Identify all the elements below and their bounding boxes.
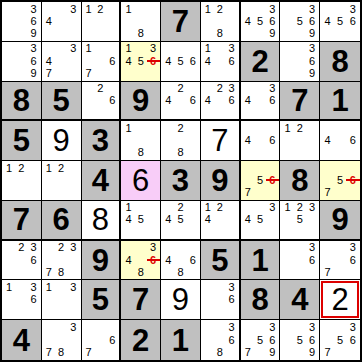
cell-r8c5[interactable]: 9 xyxy=(161,280,201,320)
empty-candidate-slot xyxy=(15,28,27,40)
cell-r8c9[interactable]: 2 xyxy=(320,280,360,320)
pencil-marks: 567 xyxy=(320,161,360,200)
cell-r6c4[interactable]: 145 xyxy=(121,201,161,241)
cell-r6c6[interactable]: 124 xyxy=(201,201,241,241)
cell-r5c3[interactable]: 4 xyxy=(82,161,122,201)
empty-candidate-slot xyxy=(214,334,226,347)
candidate-digit: 9 xyxy=(266,346,278,359)
empty-candidate-slot xyxy=(266,106,278,118)
solved-digit: 2 xyxy=(331,284,348,315)
candidate-digit: 6 xyxy=(346,15,359,27)
empty-candidate-slot xyxy=(187,43,199,55)
cell-r4c8[interactable]: 12 xyxy=(280,121,320,161)
candidate-digit: 3 xyxy=(346,321,359,334)
candidate-digit: 2 xyxy=(174,83,186,95)
candidate-digit: 3 xyxy=(67,3,79,15)
empty-candidate-slot xyxy=(294,147,306,159)
pencil-marks: 67 xyxy=(82,320,120,360)
empty-candidate-slot xyxy=(135,242,147,254)
empty-candidate-slot xyxy=(254,83,266,95)
candidate-digit: 6 xyxy=(346,254,359,266)
candidate-digit: 2 xyxy=(55,242,67,254)
cell-r1c1[interactable]: 369 xyxy=(2,2,42,42)
empty-candidate-slot xyxy=(135,43,147,55)
empty-candidate-slot xyxy=(266,147,278,159)
candidate-digit: 7 xyxy=(83,67,95,79)
empty-candidate-slot xyxy=(67,55,79,67)
empty-candidate-slot xyxy=(334,254,347,266)
cell-r2c5[interactable]: 456 xyxy=(161,42,201,82)
cell-r9c2[interactable]: 378 xyxy=(42,320,82,360)
empty-candidate-slot xyxy=(67,28,79,40)
candidate-digit: 8 xyxy=(135,147,147,159)
candidate-digit: 1 xyxy=(83,43,95,55)
cell-r9c8[interactable]: 3569 xyxy=(280,320,320,360)
empty-candidate-slot xyxy=(147,15,159,27)
pencil-marks: 468 xyxy=(161,241,200,280)
candidate-digit: 1 xyxy=(202,43,214,55)
empty-candidate-slot xyxy=(226,67,238,79)
solved-digit: 9 xyxy=(172,284,189,315)
empty-candidate-slot xyxy=(202,334,214,347)
cell-r2c8[interactable]: 369 xyxy=(280,42,320,82)
empty-candidate-slot xyxy=(242,122,254,134)
empty-candidate-slot xyxy=(3,294,15,306)
pencil-marks: 1346 xyxy=(201,42,239,81)
candidate-digit: 6 xyxy=(266,15,278,27)
empty-candidate-slot xyxy=(55,321,67,334)
solved-digit: 8 xyxy=(92,204,109,235)
cell-r2c4[interactable]: 13456 xyxy=(121,42,161,82)
pencil-marks: 2346 xyxy=(201,82,239,120)
empty-candidate-slot xyxy=(281,242,293,254)
pencil-marks: 34 xyxy=(42,2,81,41)
empty-candidate-slot xyxy=(122,135,134,147)
empty-candidate-slot xyxy=(254,321,266,334)
cell-r8c2[interactable]: 13 xyxy=(42,280,82,320)
empty-candidate-slot xyxy=(226,3,238,15)
cell-r4c7[interactable]: 46 xyxy=(241,121,281,161)
candidate-digit: 2 xyxy=(214,3,226,15)
empty-candidate-slot xyxy=(147,266,159,278)
cell-r5c4[interactable]: 6 xyxy=(121,161,161,201)
candidate-digit: 6 xyxy=(346,334,359,347)
cell-r7c6[interactable]: 5 xyxy=(201,241,241,281)
given-digit: 9 xyxy=(92,245,109,276)
candidate-digit: 4 xyxy=(321,15,334,27)
empty-candidate-slot xyxy=(147,28,159,40)
pencil-marks: 567 xyxy=(241,161,280,200)
candidate-digit: 6 xyxy=(306,55,318,67)
empty-candidate-slot xyxy=(202,15,214,27)
empty-candidate-slot xyxy=(106,3,118,15)
empty-candidate-slot xyxy=(334,3,347,15)
candidate-digit: 2 xyxy=(174,202,186,214)
empty-candidate-slot xyxy=(321,147,334,159)
cell-r8c1[interactable]: 136 xyxy=(2,280,42,320)
empty-candidate-slot xyxy=(43,28,55,40)
cell-r9c6[interactable]: 368 xyxy=(201,320,241,360)
candidate-digit: 4 xyxy=(242,15,254,27)
cell-r3c8[interactable]: 7 xyxy=(280,82,320,122)
cell-r2c7[interactable]: 2 xyxy=(241,42,281,82)
cell-r7c2[interactable]: 2378 xyxy=(42,241,82,281)
cell-r6c9[interactable]: 9 xyxy=(320,201,360,241)
empty-candidate-slot xyxy=(174,106,186,118)
empty-candidate-slot xyxy=(334,135,347,147)
empty-candidate-slot xyxy=(3,28,15,40)
cell-r5c7[interactable]: 567 xyxy=(241,161,281,201)
cell-r6c3[interactable]: 8 xyxy=(82,201,122,241)
empty-candidate-slot xyxy=(122,28,134,40)
empty-candidate-slot xyxy=(214,294,226,306)
empty-candidate-slot xyxy=(306,226,318,238)
cell-r5c2[interactable]: 12 xyxy=(42,161,82,201)
empty-candidate-slot xyxy=(122,266,134,278)
empty-candidate-slot xyxy=(334,346,347,359)
empty-candidate-slot xyxy=(187,106,199,118)
cell-r9c7[interactable]: 35679 xyxy=(241,320,281,360)
cell-r3c5[interactable]: 246 xyxy=(161,82,201,122)
empty-candidate-slot xyxy=(187,122,199,134)
candidate-digit: 1 xyxy=(122,3,134,15)
candidate-digit: 4 xyxy=(162,55,174,67)
empty-candidate-slot xyxy=(174,43,186,55)
cell-r1c9[interactable]: 3456 xyxy=(320,2,360,42)
cell-r4c2[interactable]: 9 xyxy=(42,121,82,161)
empty-candidate-slot xyxy=(3,3,15,15)
given-digit: 5 xyxy=(92,284,109,315)
cell-r9c9[interactable]: 3567 xyxy=(320,320,360,360)
pencil-marks: 36 xyxy=(201,280,239,319)
candidate-digit: 8 xyxy=(55,346,67,359)
cell-r7c8[interactable]: 36 xyxy=(280,241,320,281)
candidate-digit: 4 xyxy=(242,94,254,106)
pencil-marks: 3569 xyxy=(280,2,319,41)
cell-r8c3[interactable]: 5 xyxy=(82,280,122,320)
cell-r3c6[interactable]: 2346 xyxy=(201,82,241,122)
empty-candidate-slot xyxy=(254,162,266,174)
cell-r9c5[interactable]: 1 xyxy=(161,320,201,360)
cell-r7c4[interactable]: 3468 xyxy=(121,241,161,281)
empty-candidate-slot xyxy=(346,147,359,159)
candidate-digit: 3 xyxy=(67,321,79,334)
empty-candidate-slot xyxy=(162,242,174,254)
empty-candidate-slot xyxy=(214,15,226,27)
cell-r1c5[interactable]: 7 xyxy=(161,2,201,42)
candidate-digit: 5 xyxy=(294,214,306,226)
candidate-digit: 2 xyxy=(55,162,67,174)
cell-r2c6[interactable]: 1346 xyxy=(201,42,241,82)
cell-r5c1[interactable]: 12 xyxy=(2,161,42,201)
cell-r9c4[interactable]: 2 xyxy=(121,320,161,360)
empty-candidate-slot xyxy=(162,266,174,278)
cell-r8c4[interactable]: 7 xyxy=(121,280,161,320)
candidate-digit: 9 xyxy=(28,67,40,79)
solved-digit: 6 xyxy=(132,165,149,196)
candidate-digit: 6 xyxy=(28,15,40,27)
candidate-digit: 7 xyxy=(43,346,55,359)
pencil-marks: 12 xyxy=(2,161,41,200)
candidate-digit: 4 xyxy=(202,214,214,226)
given-digit: 2 xyxy=(132,325,149,356)
pencil-marks: 36 xyxy=(280,241,319,280)
empty-candidate-slot xyxy=(55,43,67,55)
empty-candidate-slot xyxy=(55,294,67,306)
candidate-digit: 4 xyxy=(321,135,334,147)
pencil-marks: 18 xyxy=(121,2,160,41)
candidate-digit: 6 xyxy=(187,254,199,266)
empty-candidate-slot xyxy=(174,242,186,254)
cell-r4c3[interactable]: 3 xyxy=(82,121,122,161)
cell-r6c7[interactable]: 345 xyxy=(241,201,281,241)
pencil-marks: 128 xyxy=(201,2,239,41)
empty-candidate-slot xyxy=(94,346,106,359)
empty-candidate-slot xyxy=(281,15,293,27)
pencil-marks: 124 xyxy=(201,201,239,239)
cell-r6c2[interactable]: 6 xyxy=(42,201,82,241)
empty-candidate-slot xyxy=(214,226,226,238)
cell-r1c3[interactable]: 12 xyxy=(82,2,122,42)
empty-candidate-slot xyxy=(321,254,334,266)
empty-candidate-slot xyxy=(83,94,95,106)
candidate-digit: 3 xyxy=(306,3,318,15)
given-digit: 9 xyxy=(211,165,228,196)
pencil-marks: 13 xyxy=(42,280,81,319)
empty-candidate-slot xyxy=(43,321,55,334)
candidate-digit: 2 xyxy=(214,83,226,95)
empty-candidate-slot xyxy=(94,321,106,334)
empty-candidate-slot xyxy=(135,254,147,266)
pencil-marks: 46 xyxy=(241,121,280,160)
empty-candidate-slot xyxy=(281,226,293,238)
candidate-digit: 3 xyxy=(346,3,359,15)
empty-candidate-slot xyxy=(187,67,199,79)
cell-r8c7[interactable]: 8 xyxy=(241,280,281,320)
empty-candidate-slot xyxy=(55,187,67,199)
cell-r2c1[interactable]: 369 xyxy=(2,42,42,82)
empty-candidate-slot xyxy=(214,94,226,106)
cell-r1c2[interactable]: 34 xyxy=(42,2,82,42)
empty-candidate-slot xyxy=(214,43,226,55)
candidate-digit: 3 xyxy=(306,202,318,214)
cell-r6c8[interactable]: 1235 xyxy=(280,201,320,241)
candidate-digit: 1 xyxy=(202,3,214,15)
given-digit: 3 xyxy=(92,125,109,156)
empty-candidate-slot xyxy=(321,242,334,254)
empty-candidate-slot xyxy=(242,321,254,334)
given-digit: 7 xyxy=(172,6,189,37)
cell-r7c7[interactable]: 1 xyxy=(241,241,281,281)
empty-candidate-slot xyxy=(28,174,40,186)
empty-candidate-slot xyxy=(3,174,15,186)
empty-candidate-slot xyxy=(135,15,147,27)
empty-candidate-slot xyxy=(106,83,118,95)
empty-candidate-slot xyxy=(306,214,318,226)
empty-candidate-slot xyxy=(67,266,79,278)
empty-candidate-slot xyxy=(83,55,95,67)
pencil-marks: 34569 xyxy=(241,2,280,41)
empty-candidate-slot xyxy=(15,55,27,67)
cell-r9c3[interactable]: 67 xyxy=(82,320,122,360)
empty-candidate-slot xyxy=(106,15,118,27)
empty-candidate-slot xyxy=(174,67,186,79)
empty-candidate-slot xyxy=(15,254,27,266)
cell-r7c5[interactable]: 468 xyxy=(161,241,201,281)
candidate-digit: 6 xyxy=(266,334,278,347)
empty-candidate-slot xyxy=(28,187,40,199)
empty-candidate-slot xyxy=(94,43,106,55)
empty-candidate-slot xyxy=(28,162,40,174)
empty-candidate-slot xyxy=(334,187,347,199)
empty-candidate-slot xyxy=(67,174,79,186)
pencil-marks: 369 xyxy=(2,2,41,41)
empty-candidate-slot xyxy=(162,43,174,55)
cell-r4c9[interactable]: 46 xyxy=(320,121,360,161)
cell-r7c3[interactable]: 9 xyxy=(82,241,122,281)
empty-candidate-slot xyxy=(254,226,266,238)
empty-candidate-slot xyxy=(106,106,118,118)
given-digit: 1 xyxy=(251,245,268,276)
empty-candidate-slot xyxy=(254,122,266,134)
cell-r3c4[interactable]: 9 xyxy=(121,82,161,122)
empty-candidate-slot xyxy=(43,334,55,347)
cell-r2c9[interactable]: 8 xyxy=(320,42,360,82)
empty-candidate-slot xyxy=(281,43,293,55)
empty-candidate-slot xyxy=(321,162,334,174)
empty-candidate-slot xyxy=(346,266,359,278)
cell-r6c5[interactable]: 245 xyxy=(161,201,201,241)
candidate-digit: 3 xyxy=(226,83,238,95)
empty-candidate-slot xyxy=(174,94,186,106)
empty-candidate-slot xyxy=(281,346,293,359)
candidate-digit: 5 xyxy=(174,214,186,226)
pencil-marks: 26 xyxy=(82,82,120,120)
pencil-marks: 28 xyxy=(161,121,200,160)
empty-candidate-slot xyxy=(202,28,214,40)
empty-candidate-slot xyxy=(3,15,15,27)
cell-r3c2[interactable]: 5 xyxy=(42,82,82,122)
empty-candidate-slot xyxy=(67,67,79,79)
cell-r4c4[interactable]: 18 xyxy=(121,121,161,161)
candidate-digit: 3 xyxy=(306,43,318,55)
cell-r8c8[interactable]: 4 xyxy=(280,280,320,320)
cell-r4c6[interactable]: 7 xyxy=(201,121,241,161)
empty-candidate-slot xyxy=(174,226,186,238)
empty-candidate-slot xyxy=(55,28,67,40)
candidate-digit: 9 xyxy=(306,346,318,359)
cell-r2c3[interactable]: 167 xyxy=(82,42,122,82)
empty-candidate-slot xyxy=(15,15,27,27)
empty-candidate-slot xyxy=(254,135,266,147)
empty-candidate-slot xyxy=(281,135,293,147)
candidate-digit: 6 xyxy=(226,334,238,347)
empty-candidate-slot xyxy=(266,122,278,134)
empty-candidate-slot xyxy=(43,242,55,254)
cell-r5c5[interactable]: 3 xyxy=(161,161,201,201)
empty-candidate-slot xyxy=(67,254,79,266)
cell-r7c1[interactable]: 236 xyxy=(2,241,42,281)
candidate-digit: 7 xyxy=(83,346,95,359)
empty-candidate-slot xyxy=(3,254,15,266)
empty-candidate-slot xyxy=(94,334,106,347)
candidate-digit: 3 xyxy=(67,43,79,55)
empty-candidate-slot xyxy=(15,3,27,15)
cell-r1c4[interactable]: 18 xyxy=(121,2,161,42)
empty-candidate-slot xyxy=(147,135,159,147)
candidate-digit: 3 xyxy=(266,83,278,95)
cell-r3c1[interactable]: 8 xyxy=(2,82,42,122)
candidate-digit: 1 xyxy=(43,162,55,174)
cell-r5c8[interactable]: 8 xyxy=(280,161,320,201)
empty-candidate-slot xyxy=(3,187,15,199)
empty-candidate-slot xyxy=(15,187,27,199)
empty-candidate-slot xyxy=(147,202,159,214)
cell-r1c7[interactable]: 34569 xyxy=(241,2,281,42)
cell-r1c8[interactable]: 3569 xyxy=(280,2,320,42)
empty-candidate-slot xyxy=(334,147,347,159)
empty-candidate-slot xyxy=(214,306,226,318)
candidate-digit: 1 xyxy=(3,281,15,293)
empty-candidate-slot xyxy=(135,122,147,134)
cell-r9c1[interactable]: 4 xyxy=(2,320,42,360)
empty-candidate-slot xyxy=(3,306,15,318)
empty-candidate-slot xyxy=(43,187,55,199)
empty-candidate-slot xyxy=(106,28,118,40)
cell-r3c3[interactable]: 26 xyxy=(82,82,122,122)
candidate-digit: 3 xyxy=(306,242,318,254)
empty-candidate-slot xyxy=(202,226,214,238)
cell-r7c9[interactable]: 367 xyxy=(320,241,360,281)
candidate-digit: 1 xyxy=(122,43,134,55)
empty-candidate-slot xyxy=(3,266,15,278)
pencil-marks: 369 xyxy=(280,42,319,81)
empty-candidate-slot xyxy=(334,162,347,174)
cell-r4c5[interactable]: 28 xyxy=(161,121,201,161)
given-digit: 8 xyxy=(291,165,308,196)
empty-candidate-slot xyxy=(122,242,134,254)
cell-r2c2[interactable]: 347 xyxy=(42,42,82,82)
cell-r3c7[interactable]: 346 xyxy=(241,82,281,122)
candidate-digit: 6 xyxy=(226,55,238,67)
sudoku-board: 3693412187128345693569345636934716713456… xyxy=(0,0,362,362)
empty-candidate-slot xyxy=(15,306,27,318)
empty-candidate-slot xyxy=(294,266,306,278)
cell-r6c1[interactable]: 7 xyxy=(2,201,42,241)
empty-candidate-slot xyxy=(106,43,118,55)
pencil-marks: 246 xyxy=(161,82,200,120)
candidate-digit: 1 xyxy=(202,202,214,214)
cell-r5c9[interactable]: 567 xyxy=(320,161,360,201)
candidate-digit: 1 xyxy=(281,122,293,134)
given-digit: 8 xyxy=(251,284,268,315)
empty-candidate-slot xyxy=(281,3,293,15)
empty-candidate-slot xyxy=(294,242,306,254)
empty-candidate-slot xyxy=(94,28,106,40)
cell-r5c6[interactable]: 9 xyxy=(201,161,241,201)
candidate-digit: 2 xyxy=(94,83,106,95)
cell-r8c6[interactable]: 36 xyxy=(201,280,241,320)
candidate-digit: 2 xyxy=(294,202,306,214)
empty-candidate-slot xyxy=(135,202,147,214)
candidate-digit: 3 xyxy=(226,43,238,55)
empty-candidate-slot xyxy=(346,346,359,359)
given-digit: 7 xyxy=(13,204,30,235)
cell-r1c6[interactable]: 128 xyxy=(201,2,241,42)
candidate-digit: 3 xyxy=(28,281,40,293)
cell-r3c9[interactable]: 1 xyxy=(320,82,360,122)
cell-r4c1[interactable]: 5 xyxy=(2,121,42,161)
